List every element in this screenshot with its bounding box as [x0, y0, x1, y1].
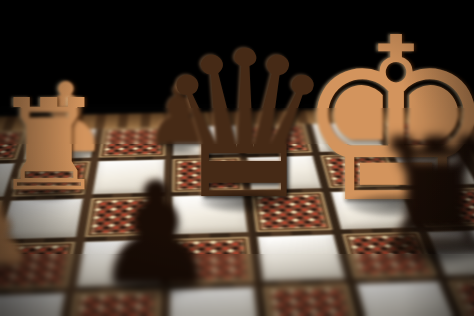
- white-rook-piece: ♜: [0, 102, 105, 197]
- chess-photo-stage: ♟♜♟♛♚♟♟♜: [0, 0, 474, 316]
- piece-ground-shadow: [0, 265, 14, 274]
- piece-ground-shadow: [402, 249, 470, 266]
- white-rook-glyph: ♜: [0, 102, 105, 197]
- white-pawn-glyph: ♟: [0, 206, 34, 270]
- white-pawn-piece: ♟: [0, 206, 34, 270]
- pieces-layer: ♟♜♟♛♚♟♟♜: [0, 0, 474, 316]
- black-pawn-piece: ♟: [93, 187, 219, 293]
- black-rook-piece: ♜: [366, 144, 474, 262]
- black-pawn-glyph: ♟: [93, 187, 219, 293]
- piece-ground-shadow: [126, 282, 187, 297]
- black-rook-glyph: ♜: [366, 144, 474, 262]
